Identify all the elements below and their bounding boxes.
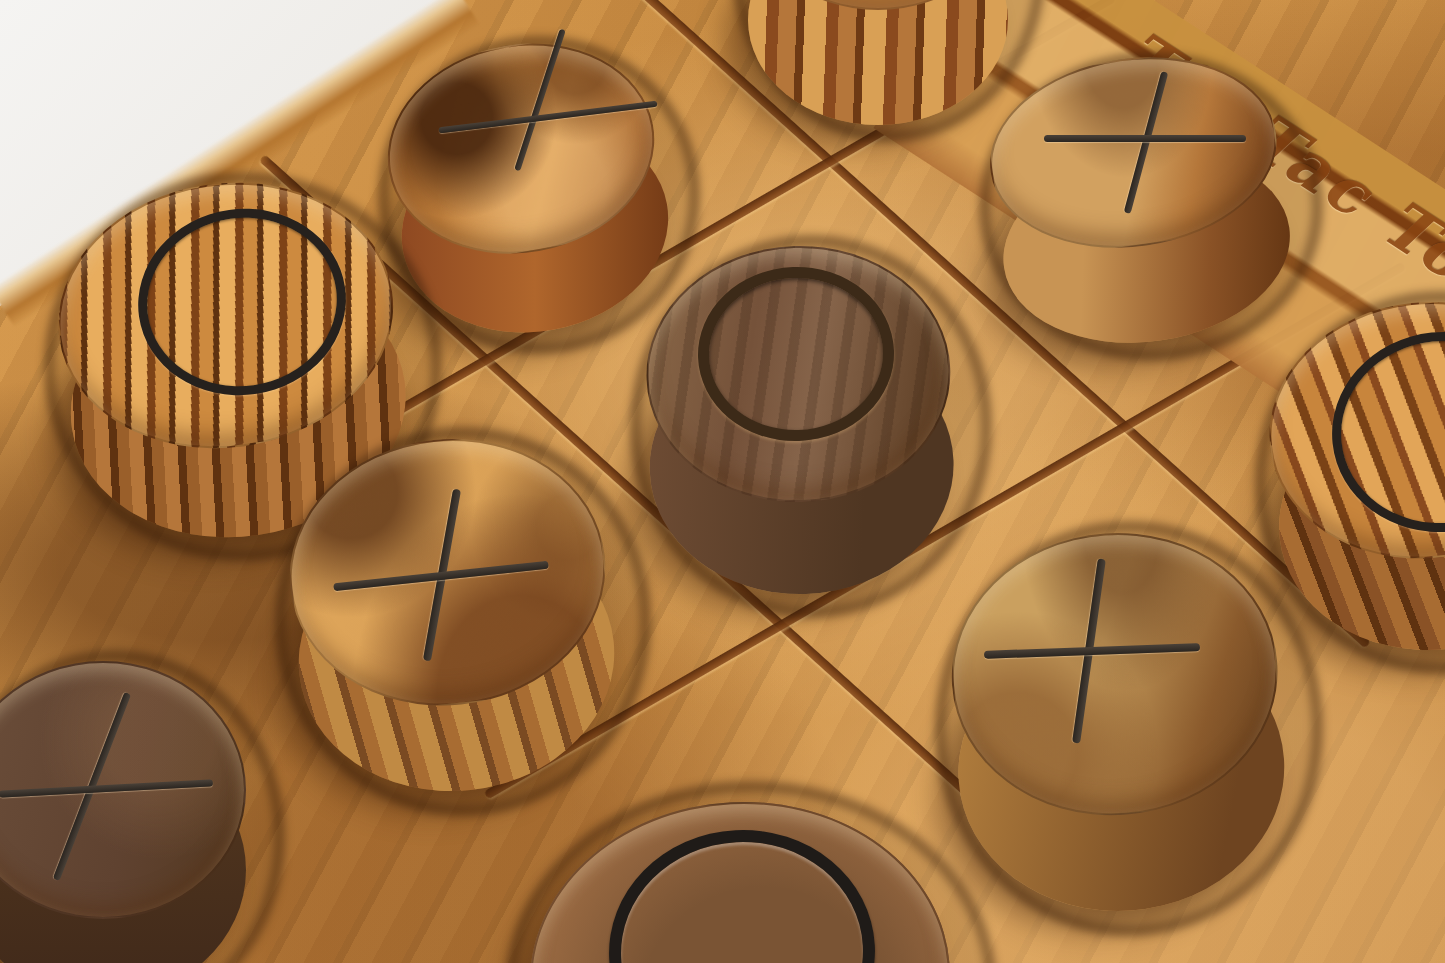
piece-side [748, 0, 1008, 125]
piece-x-r3c2[interactable] [942, 522, 1294, 922]
photo-frame: Tic Tac Toe [0, 0, 1445, 963]
piece-x-r2c3[interactable] [978, 39, 1303, 360]
piece-o-r1c3[interactable] [748, 0, 1008, 125]
pieces-layer [0, 0, 1445, 963]
piece-x-r2c1[interactable] [276, 423, 627, 806]
x-mark-icon [1044, 135, 1246, 142]
